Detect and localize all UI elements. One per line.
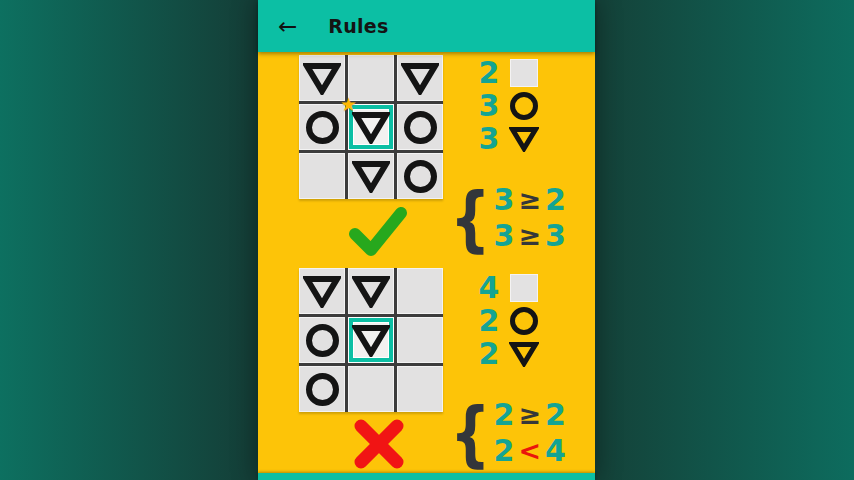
board-cell — [299, 104, 345, 150]
inequality-line: 2≥2 — [494, 397, 566, 433]
back-arrow-icon[interactable]: ← — [278, 15, 297, 38]
count-number: 4 — [476, 271, 502, 304]
count-row: 2 — [476, 56, 571, 89]
count-number: 2 — [476, 337, 502, 370]
count-symbol — [508, 272, 540, 304]
count-number: 2 — [476, 304, 502, 337]
count-symbol-empty-square — [510, 59, 538, 87]
inequality-left-number: 2 — [494, 398, 515, 432]
count-symbol-circle — [510, 307, 538, 335]
inequalities-invalid: {2≥22<4 — [450, 397, 566, 469]
triangle-piece — [352, 275, 390, 308]
count-symbol-triangle — [509, 341, 539, 367]
inequality-operator: ≥ — [518, 183, 541, 217]
count-symbol — [508, 90, 540, 122]
board-cell — [299, 317, 345, 363]
inequality-right-number: 2 — [545, 398, 566, 432]
inequality-lines: 2≥22<4 — [494, 397, 566, 469]
circle-piece — [404, 111, 437, 144]
inequalities-valid: {3≥23≥3 — [450, 182, 566, 254]
triangle-piece — [352, 160, 390, 193]
count-row: 3 — [476, 89, 571, 122]
triangle-piece — [303, 275, 341, 308]
page-title: Rules — [328, 15, 388, 37]
board-cell — [348, 153, 394, 199]
example-board-valid: ★ — [299, 55, 443, 199]
count-symbol — [508, 57, 540, 89]
board-cell — [299, 366, 345, 412]
inequality-left-number: 3 — [494, 219, 515, 253]
count-symbol — [508, 338, 540, 370]
inequality-lines: 3≥23≥3 — [494, 182, 566, 254]
triangle-piece — [352, 324, 390, 357]
board-cell — [397, 104, 443, 150]
board-cell-highlighted — [348, 317, 394, 363]
board-cell-highlighted: ★ — [348, 104, 394, 150]
board-cell — [397, 366, 443, 412]
board-cell — [397, 55, 443, 101]
inequality-line: 3≥2 — [494, 182, 566, 218]
curly-brace: { — [450, 173, 491, 263]
circle-piece — [404, 160, 437, 193]
inequality-left-number: 3 — [494, 183, 515, 217]
count-symbol-triangle — [509, 126, 539, 152]
piece-counts-valid: 233 — [476, 56, 571, 155]
inequality-line: 2<4 — [494, 433, 566, 469]
app-window: ← Rules ★ 233 {3≥23≥3 422 {2≥22<4 — [258, 0, 595, 480]
app-bar: ← Rules — [258, 0, 595, 52]
count-symbol-empty-square — [510, 274, 538, 302]
board-cell — [348, 366, 394, 412]
board-cell — [397, 153, 443, 199]
invalid-cross-icon — [350, 415, 408, 477]
inequality-right-number: 4 — [545, 434, 566, 468]
circle-piece — [306, 373, 339, 406]
board-cell — [397, 317, 443, 363]
curly-brace: { — [450, 388, 491, 478]
inequality-right-number: 3 — [545, 219, 566, 253]
inequality-operator: ≥ — [518, 219, 541, 253]
board-cell — [299, 153, 345, 199]
count-symbol-circle — [510, 92, 538, 120]
example-board-invalid — [299, 268, 443, 412]
piece-counts-invalid: 422 — [476, 271, 571, 370]
board-cell — [397, 268, 443, 314]
board-cell — [299, 268, 345, 314]
triangle-piece — [401, 62, 439, 95]
count-row: 2 — [476, 337, 571, 370]
board-cell — [348, 268, 394, 314]
count-symbol — [508, 305, 540, 337]
count-row: 3 — [476, 122, 571, 155]
valid-check-icon — [346, 204, 410, 264]
bottom-bar — [258, 473, 595, 480]
rules-content: ★ 233 {3≥23≥3 422 {2≥22<4 — [258, 52, 595, 480]
count-row: 4 — [476, 271, 571, 304]
star-cursor-icon: ★ — [340, 95, 357, 114]
inequality-line: 3≥3 — [494, 218, 566, 254]
count-number: 3 — [476, 122, 502, 155]
count-number: 3 — [476, 89, 502, 122]
count-row: 2 — [476, 304, 571, 337]
triangle-piece — [303, 62, 341, 95]
circle-piece — [306, 111, 339, 144]
inequality-left-number: 2 — [494, 434, 515, 468]
inequality-operator: ≥ — [518, 398, 541, 432]
circle-piece — [306, 324, 339, 357]
inequality-operator: < — [518, 434, 541, 468]
triangle-piece — [352, 111, 390, 144]
count-number: 2 — [476, 56, 502, 89]
board-cell — [299, 55, 345, 101]
count-symbol — [508, 123, 540, 155]
inequality-right-number: 2 — [545, 183, 566, 217]
